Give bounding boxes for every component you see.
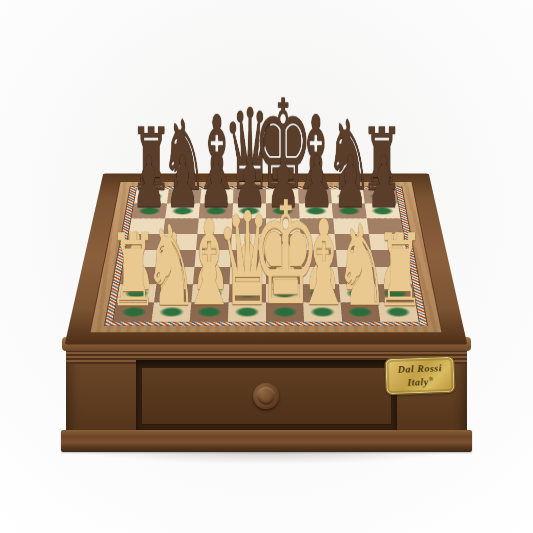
drawer-knob [253,383,279,409]
chess-box-front: Dal Rossi Italy® [66,348,467,450]
registered-mark: ® [428,376,433,382]
chess-set-product-photo: Dal Rossi Italy® ♜♞♝♛♚♝♞♜♟♟♟♟♟♟♟♟♟♟♟♟♟♟♟… [0,0,533,533]
board-margin: ♜♞♝♛♚♝♞♜♟♟♟♟♟♟♟♟♟♟♟♟♟♟♟♟♜♞♝♛♚♝♞♜ [89,181,442,333]
square-e1: ♚ [266,303,304,322]
drawer-recess [136,360,397,430]
chess-board-frame: ♜♞♝♛♚♝♞♜♟♟♟♟♟♟♟♟♟♟♟♟♟♟♟♟♜♞♝♛♚♝♞♜ [65,174,468,345]
drawer [141,367,392,425]
decorative-inlay-border: ♜♞♝♛♚♝♞♜♟♟♟♟♟♟♟♟♟♟♟♟♟♟♟♟♜♞♝♛♚♝♞♜ [104,186,428,326]
brand-country: Italy® [407,374,433,388]
brand-name: Dal Rossi [397,363,442,376]
chess-board-grid: ♜♞♝♛♚♝♞♜♟♟♟♟♟♟♟♟♟♟♟♟♟♟♟♟♜♞♝♛♚♝♞♜ [112,189,420,322]
piece-white-king: ♚ [251,183,320,325]
base-moulding [61,430,472,452]
brand-plaque: Dal Rossi Italy® [384,356,455,395]
